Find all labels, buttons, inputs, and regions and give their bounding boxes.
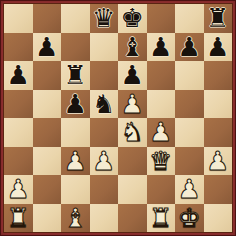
square-c4[interactable] (61, 118, 90, 147)
piece-white-queen[interactable]: ♛ (149, 147, 172, 175)
square-a8[interactable] (4, 4, 33, 33)
piece-black-knight[interactable]: ♞ (92, 90, 115, 118)
square-a5[interactable] (4, 90, 33, 119)
square-a6[interactable]: ♟ (4, 61, 33, 90)
square-b6[interactable] (33, 61, 62, 90)
square-e3[interactable] (118, 147, 147, 176)
piece-black-pawn[interactable]: ♟ (178, 33, 201, 61)
square-f2[interactable] (147, 175, 176, 204)
square-c8[interactable] (61, 4, 90, 33)
piece-black-pawn[interactable]: ♟ (149, 33, 172, 61)
square-d6[interactable] (90, 61, 119, 90)
square-d7[interactable] (90, 33, 119, 62)
square-g3[interactable] (175, 147, 204, 176)
piece-white-pawn[interactable]: ♟ (178, 175, 201, 203)
piece-white-pawn[interactable]: ♟ (64, 147, 87, 175)
square-e5[interactable]: ♟ (118, 90, 147, 119)
square-h8[interactable]: ♜ (204, 4, 233, 33)
piece-black-king[interactable]: ♚ (121, 4, 144, 32)
piece-black-rook[interactable]: ♜ (206, 4, 229, 32)
square-e4[interactable]: ♞ (118, 118, 147, 147)
square-g4[interactable] (175, 118, 204, 147)
piece-white-pawn[interactable]: ♟ (92, 147, 115, 175)
piece-white-rook[interactable]: ♜ (149, 204, 172, 232)
square-b8[interactable] (33, 4, 62, 33)
square-d3[interactable]: ♟ (90, 147, 119, 176)
piece-white-pawn[interactable]: ♟ (7, 175, 30, 203)
square-c5[interactable]: ♟ (61, 90, 90, 119)
square-e1[interactable] (118, 204, 147, 233)
square-d8[interactable]: ♛ (90, 4, 119, 33)
piece-black-pawn[interactable]: ♟ (7, 61, 30, 89)
piece-white-pawn[interactable]: ♟ (121, 90, 144, 118)
square-b5[interactable] (33, 90, 62, 119)
square-b4[interactable] (33, 118, 62, 147)
square-a4[interactable] (4, 118, 33, 147)
piece-black-pawn[interactable]: ♟ (35, 33, 58, 61)
square-c6[interactable]: ♜ (61, 61, 90, 90)
square-f8[interactable] (147, 4, 176, 33)
square-a3[interactable] (4, 147, 33, 176)
square-d4[interactable] (90, 118, 119, 147)
piece-white-king[interactable]: ♚ (178, 204, 201, 232)
square-g1[interactable]: ♚ (175, 204, 204, 233)
square-a1[interactable]: ♜ (4, 204, 33, 233)
square-g7[interactable]: ♟ (175, 33, 204, 62)
square-a2[interactable]: ♟ (4, 175, 33, 204)
square-d5[interactable]: ♞ (90, 90, 119, 119)
square-h1[interactable] (204, 204, 233, 233)
square-e7[interactable]: ♝ (118, 33, 147, 62)
board-frame: ♛♚♜♟♝♟♟♟♟♜♟♟♞♟♞♟♟♟♛♟♟♟♜♝♜♚ (0, 0, 236, 236)
square-c3[interactable]: ♟ (61, 147, 90, 176)
piece-black-bishop[interactable]: ♝ (121, 33, 144, 61)
square-b3[interactable] (33, 147, 62, 176)
square-g8[interactable] (175, 4, 204, 33)
square-b1[interactable] (33, 204, 62, 233)
square-c7[interactable] (61, 33, 90, 62)
square-e6[interactable]: ♟ (118, 61, 147, 90)
square-h2[interactable] (204, 175, 233, 204)
piece-white-pawn[interactable]: ♟ (206, 147, 229, 175)
square-h6[interactable] (204, 61, 233, 90)
square-g6[interactable] (175, 61, 204, 90)
piece-black-queen[interactable]: ♛ (92, 4, 115, 32)
piece-white-pawn[interactable]: ♟ (149, 118, 172, 146)
piece-black-pawn[interactable]: ♟ (64, 90, 87, 118)
piece-black-pawn[interactable]: ♟ (121, 61, 144, 89)
piece-white-bishop[interactable]: ♝ (64, 204, 87, 232)
chess-board: ♛♚♜♟♝♟♟♟♟♜♟♟♞♟♞♟♟♟♛♟♟♟♜♝♜♚ (4, 4, 232, 232)
square-d1[interactable] (90, 204, 119, 233)
square-g2[interactable]: ♟ (175, 175, 204, 204)
square-h5[interactable] (204, 90, 233, 119)
square-d2[interactable] (90, 175, 119, 204)
square-b2[interactable] (33, 175, 62, 204)
piece-white-knight[interactable]: ♞ (121, 118, 144, 146)
square-f3[interactable]: ♛ (147, 147, 176, 176)
piece-black-rook[interactable]: ♜ (64, 61, 87, 89)
square-a7[interactable] (4, 33, 33, 62)
square-g5[interactable] (175, 90, 204, 119)
piece-white-rook[interactable]: ♜ (7, 204, 30, 232)
square-f6[interactable] (147, 61, 176, 90)
square-h4[interactable] (204, 118, 233, 147)
square-f7[interactable]: ♟ (147, 33, 176, 62)
square-f4[interactable]: ♟ (147, 118, 176, 147)
square-f1[interactable]: ♜ (147, 204, 176, 233)
square-e2[interactable] (118, 175, 147, 204)
square-f5[interactable] (147, 90, 176, 119)
square-c1[interactable]: ♝ (61, 204, 90, 233)
square-e8[interactable]: ♚ (118, 4, 147, 33)
square-h3[interactable]: ♟ (204, 147, 233, 176)
square-h7[interactable]: ♟ (204, 33, 233, 62)
square-b7[interactable]: ♟ (33, 33, 62, 62)
square-c2[interactable] (61, 175, 90, 204)
piece-black-pawn[interactable]: ♟ (206, 33, 229, 61)
